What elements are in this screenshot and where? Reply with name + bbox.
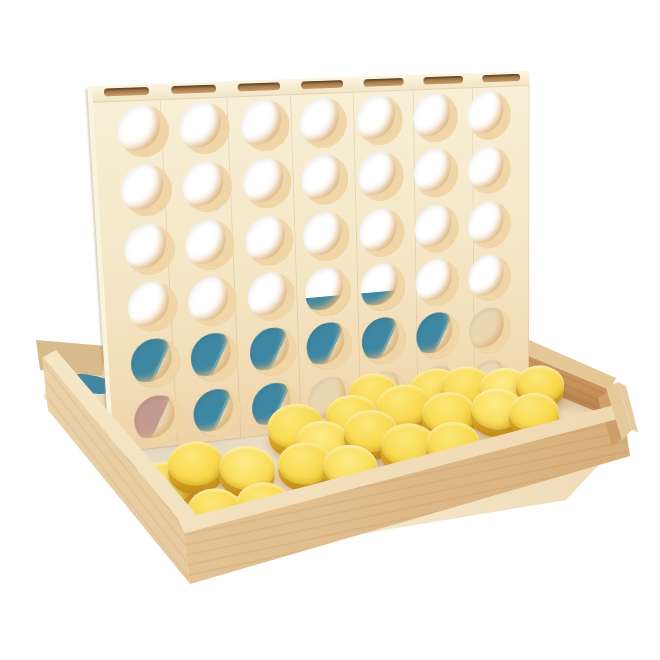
hole-r5-c2 — [190, 331, 240, 384]
hole-r1-c7 — [467, 90, 510, 140]
hole-r3-c3 — [244, 214, 293, 266]
hole-r4-c5 — [360, 262, 405, 313]
hole-r3-c4 — [302, 211, 349, 263]
hole-r4-c6 — [415, 258, 459, 308]
drop-slot-c3 — [237, 82, 280, 91]
hole-r3-c1 — [123, 222, 176, 276]
yellow-disc-9[interactable] — [509, 393, 559, 439]
hole-r2-c2 — [182, 160, 233, 213]
yellow-disc-18[interactable] — [425, 421, 482, 474]
hole-r1-c4 — [299, 97, 347, 149]
hole-r3-c5 — [359, 207, 405, 258]
photo-stage — [0, 0, 660, 660]
hole-r6-c1 — [133, 393, 184, 446]
hole-r2-c3 — [242, 157, 291, 210]
hole-r1-c2 — [179, 102, 231, 156]
hole-r5-c5 — [362, 316, 407, 367]
drop-slot-c2 — [172, 85, 216, 94]
hole-r6-c2 — [193, 387, 242, 440]
hole-r1-c1 — [116, 104, 170, 158]
hole-r5-c4 — [306, 321, 353, 372]
drop-slot-c5 — [363, 78, 403, 87]
hole-r5-c6 — [416, 311, 459, 361]
hole-r4-c2 — [187, 275, 237, 328]
yellow-disc-22[interactable] — [234, 481, 291, 534]
hole-r2-c6 — [413, 148, 458, 199]
yellow-disc-21[interactable] — [188, 489, 242, 538]
hole-r3-c2 — [185, 218, 236, 271]
hole-r1-c5 — [356, 95, 403, 146]
hole-r3-c6 — [414, 203, 458, 253]
drop-slot-c1 — [104, 87, 150, 96]
drop-slot-c7 — [482, 74, 520, 83]
hole-r4-c1 — [127, 280, 179, 334]
hole-r5-c7 — [469, 306, 511, 355]
hole-r5-c1 — [130, 337, 182, 391]
hole-r4-c4 — [304, 266, 351, 318]
hole-r3-c7 — [468, 200, 511, 250]
hole-r4-c3 — [247, 271, 296, 323]
hole-r1-c3 — [240, 99, 290, 152]
drop-slot-c6 — [424, 76, 463, 85]
hole-r2-c1 — [120, 164, 173, 218]
hole-r2-c5 — [358, 151, 404, 202]
hole-r2-c4 — [301, 154, 349, 206]
drop-slot-c4 — [301, 80, 343, 89]
hole-r5-c3 — [249, 326, 297, 378]
hole-r1-c6 — [412, 93, 457, 144]
yellow-disc-20[interactable] — [322, 444, 378, 496]
hole-r2-c7 — [467, 146, 510, 196]
blue-disc-sliver-2 — [98, 451, 142, 473]
hole-r4-c7 — [468, 253, 510, 303]
